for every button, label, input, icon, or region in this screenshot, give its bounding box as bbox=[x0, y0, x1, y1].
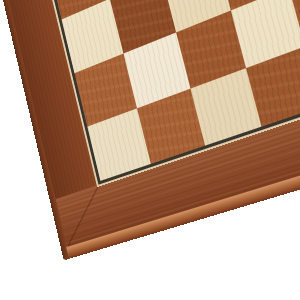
photo-background bbox=[0, 0, 300, 300]
squares-grid bbox=[0, 0, 300, 181]
board-side-left bbox=[0, 0, 70, 260]
chess-board bbox=[0, 0, 300, 247]
